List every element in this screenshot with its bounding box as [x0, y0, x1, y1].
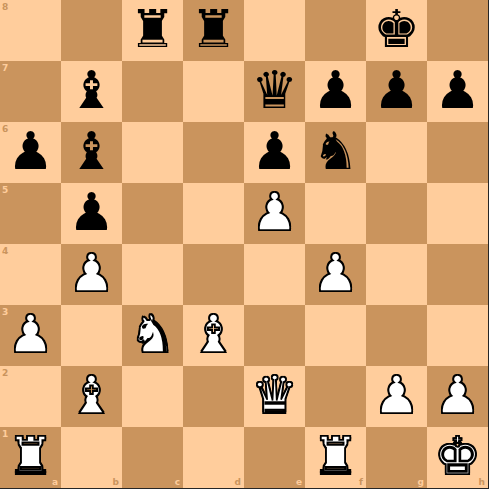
piece-black-pawn[interactable]: ♟ — [434, 64, 481, 119]
square-g8[interactable]: ♚ — [366, 0, 427, 61]
piece-black-knight[interactable]: ♞ — [312, 125, 359, 180]
rank-label-4: 4 — [2, 246, 8, 256]
file-label-d: d — [235, 477, 241, 487]
piece-black-king[interactable]: ♚ — [373, 3, 420, 58]
square-f6[interactable]: ♞ — [305, 122, 366, 183]
piece-white-pawn[interactable]: ♟ — [373, 369, 420, 424]
file-label-c: c — [175, 477, 180, 487]
piece-white-pawn[interactable]: ♟ — [251, 186, 298, 241]
square-b8[interactable] — [61, 0, 122, 61]
square-e4[interactable] — [244, 244, 305, 305]
chess-board: 8♜♜♚7♝♛♟♟♟6♟♝♟♞5♟♟4♟♟3♟♞♝2♝♛♟♟1a♜bcdef♜g… — [0, 0, 489, 489]
square-a3[interactable]: 3♟ — [0, 305, 61, 366]
square-d7[interactable] — [183, 61, 244, 122]
piece-black-pawn[interactable]: ♟ — [251, 125, 298, 180]
square-d4[interactable] — [183, 244, 244, 305]
square-g4[interactable] — [366, 244, 427, 305]
square-g1[interactable]: g — [366, 427, 427, 488]
square-a5[interactable]: 5 — [0, 183, 61, 244]
square-c2[interactable] — [122, 366, 183, 427]
square-f7[interactable]: ♟ — [305, 61, 366, 122]
piece-black-pawn[interactable]: ♟ — [312, 64, 359, 119]
piece-white-king[interactable]: ♚ — [434, 430, 481, 485]
square-a2[interactable]: 2 — [0, 366, 61, 427]
piece-white-bishop[interactable]: ♝ — [68, 369, 115, 424]
rank-label-5: 5 — [2, 185, 8, 195]
rank-label-2: 2 — [2, 368, 8, 378]
file-label-f: f — [359, 477, 363, 487]
square-a7[interactable]: 7 — [0, 61, 61, 122]
square-b5[interactable]: ♟ — [61, 183, 122, 244]
square-g3[interactable] — [366, 305, 427, 366]
piece-white-pawn[interactable]: ♟ — [434, 369, 481, 424]
piece-white-pawn[interactable]: ♟ — [68, 247, 115, 302]
square-e5[interactable]: ♟ — [244, 183, 305, 244]
piece-white-rook[interactable]: ♜ — [312, 430, 359, 485]
square-f4[interactable]: ♟ — [305, 244, 366, 305]
square-h3[interactable] — [427, 305, 488, 366]
square-d8[interactable]: ♜ — [183, 0, 244, 61]
square-b1[interactable]: b — [61, 427, 122, 488]
square-a4[interactable]: 4 — [0, 244, 61, 305]
square-e7[interactable]: ♛ — [244, 61, 305, 122]
square-h5[interactable] — [427, 183, 488, 244]
square-c8[interactable]: ♜ — [122, 0, 183, 61]
square-b6[interactable]: ♝ — [61, 122, 122, 183]
square-c5[interactable] — [122, 183, 183, 244]
square-c3[interactable]: ♞ — [122, 305, 183, 366]
square-e1[interactable]: e — [244, 427, 305, 488]
square-f1[interactable]: f♜ — [305, 427, 366, 488]
file-label-b: b — [113, 477, 119, 487]
rank-label-7: 7 — [2, 63, 8, 73]
square-b2[interactable]: ♝ — [61, 366, 122, 427]
square-f5[interactable] — [305, 183, 366, 244]
square-f8[interactable] — [305, 0, 366, 61]
square-g6[interactable] — [366, 122, 427, 183]
square-d1[interactable]: d — [183, 427, 244, 488]
square-g2[interactable]: ♟ — [366, 366, 427, 427]
square-h6[interactable] — [427, 122, 488, 183]
square-c7[interactable] — [122, 61, 183, 122]
square-a6[interactable]: 6♟ — [0, 122, 61, 183]
file-label-g: g — [418, 477, 424, 487]
piece-white-queen[interactable]: ♛ — [251, 369, 298, 424]
square-c4[interactable] — [122, 244, 183, 305]
square-d5[interactable] — [183, 183, 244, 244]
piece-black-pawn[interactable]: ♟ — [373, 64, 420, 119]
rank-label-8: 8 — [2, 2, 8, 12]
piece-black-bishop[interactable]: ♝ — [68, 64, 115, 119]
square-f3[interactable] — [305, 305, 366, 366]
square-e2[interactable]: ♛ — [244, 366, 305, 427]
piece-white-knight[interactable]: ♞ — [129, 308, 176, 363]
piece-white-pawn[interactable]: ♟ — [7, 308, 54, 363]
square-c6[interactable] — [122, 122, 183, 183]
square-e3[interactable] — [244, 305, 305, 366]
square-h2[interactable]: ♟ — [427, 366, 488, 427]
square-g5[interactable] — [366, 183, 427, 244]
piece-black-pawn[interactable]: ♟ — [68, 186, 115, 241]
piece-black-rook[interactable]: ♜ — [129, 3, 176, 58]
square-g7[interactable]: ♟ — [366, 61, 427, 122]
piece-black-queen[interactable]: ♛ — [251, 64, 298, 119]
square-b7[interactable]: ♝ — [61, 61, 122, 122]
square-a1[interactable]: 1a♜ — [0, 427, 61, 488]
square-f2[interactable] — [305, 366, 366, 427]
square-d3[interactable]: ♝ — [183, 305, 244, 366]
piece-white-pawn[interactable]: ♟ — [312, 247, 359, 302]
piece-black-bishop[interactable]: ♝ — [68, 125, 115, 180]
piece-white-bishop[interactable]: ♝ — [190, 308, 237, 363]
square-h7[interactable]: ♟ — [427, 61, 488, 122]
piece-white-rook[interactable]: ♜ — [7, 430, 54, 485]
square-e6[interactable]: ♟ — [244, 122, 305, 183]
square-b3[interactable] — [61, 305, 122, 366]
file-label-e: e — [296, 477, 302, 487]
square-b4[interactable]: ♟ — [61, 244, 122, 305]
square-h4[interactable] — [427, 244, 488, 305]
square-d2[interactable] — [183, 366, 244, 427]
square-e8[interactable] — [244, 0, 305, 61]
square-h1[interactable]: h♚ — [427, 427, 488, 488]
piece-black-rook[interactable]: ♜ — [190, 3, 237, 58]
square-h8[interactable] — [427, 0, 488, 61]
square-c1[interactable]: c — [122, 427, 183, 488]
square-a8[interactable]: 8 — [0, 0, 61, 61]
square-d6[interactable] — [183, 122, 244, 183]
piece-black-pawn[interactable]: ♟ — [7, 125, 54, 180]
